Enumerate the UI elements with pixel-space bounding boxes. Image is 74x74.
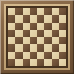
square-c1[interactable] <box>23 59 30 66</box>
square-h8[interactable] <box>59 8 66 15</box>
square-f2[interactable] <box>44 52 51 59</box>
square-g7[interactable] <box>52 15 59 22</box>
square-g1[interactable] <box>52 59 59 66</box>
square-g6[interactable] <box>52 23 59 30</box>
square-b8[interactable] <box>15 8 22 15</box>
square-c2[interactable] <box>23 52 30 59</box>
square-a4[interactable] <box>8 37 15 44</box>
square-e7[interactable] <box>37 15 44 22</box>
square-b1[interactable] <box>15 59 22 66</box>
square-h3[interactable] <box>59 44 66 51</box>
square-f6[interactable] <box>44 23 51 30</box>
square-h7[interactable] <box>59 15 66 22</box>
square-d7[interactable] <box>30 15 37 22</box>
square-d8[interactable] <box>30 8 37 15</box>
square-d3[interactable] <box>30 44 37 51</box>
square-e5[interactable] <box>37 30 44 37</box>
square-e3[interactable] <box>37 44 44 51</box>
square-a2[interactable] <box>8 52 15 59</box>
board-grid <box>8 8 66 66</box>
square-d1[interactable] <box>30 59 37 66</box>
square-d5[interactable] <box>30 30 37 37</box>
square-c4[interactable] <box>23 37 30 44</box>
square-e8[interactable] <box>37 8 44 15</box>
square-e6[interactable] <box>37 23 44 30</box>
square-b3[interactable] <box>15 44 22 51</box>
square-b5[interactable] <box>15 30 22 37</box>
square-c6[interactable] <box>23 23 30 30</box>
square-c3[interactable] <box>23 44 30 51</box>
chess-board <box>0 0 74 74</box>
square-e1[interactable] <box>37 59 44 66</box>
square-b4[interactable] <box>15 37 22 44</box>
square-f1[interactable] <box>44 59 51 66</box>
square-g4[interactable] <box>52 37 59 44</box>
square-f8[interactable] <box>44 8 51 15</box>
square-a6[interactable] <box>8 23 15 30</box>
square-a7[interactable] <box>8 15 15 22</box>
square-a1[interactable] <box>8 59 15 66</box>
square-g8[interactable] <box>52 8 59 15</box>
square-h1[interactable] <box>59 59 66 66</box>
square-c5[interactable] <box>23 30 30 37</box>
square-d6[interactable] <box>30 23 37 30</box>
square-a3[interactable] <box>8 44 15 51</box>
square-d4[interactable] <box>30 37 37 44</box>
square-d2[interactable] <box>30 52 37 59</box>
square-c7[interactable] <box>23 15 30 22</box>
square-f7[interactable] <box>44 15 51 22</box>
square-f5[interactable] <box>44 30 51 37</box>
square-h6[interactable] <box>59 23 66 30</box>
square-h2[interactable] <box>59 52 66 59</box>
square-h4[interactable] <box>59 37 66 44</box>
square-g3[interactable] <box>52 44 59 51</box>
square-a8[interactable] <box>8 8 15 15</box>
square-a5[interactable] <box>8 30 15 37</box>
square-b2[interactable] <box>15 52 22 59</box>
square-b7[interactable] <box>15 15 22 22</box>
square-g5[interactable] <box>52 30 59 37</box>
square-f4[interactable] <box>44 37 51 44</box>
square-e2[interactable] <box>37 52 44 59</box>
square-f3[interactable] <box>44 44 51 51</box>
square-e4[interactable] <box>37 37 44 44</box>
square-h5[interactable] <box>59 30 66 37</box>
square-c8[interactable] <box>23 8 30 15</box>
square-b6[interactable] <box>15 23 22 30</box>
square-g2[interactable] <box>52 52 59 59</box>
